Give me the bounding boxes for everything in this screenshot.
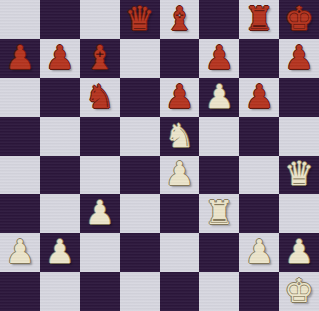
square-a8[interactable] bbox=[0, 0, 40, 39]
square-b7[interactable]: ♟ bbox=[40, 39, 80, 78]
square-a6[interactable] bbox=[0, 78, 40, 117]
square-d4[interactable] bbox=[120, 156, 160, 195]
square-b4[interactable] bbox=[40, 156, 80, 195]
square-d2[interactable] bbox=[120, 233, 160, 272]
square-b3[interactable] bbox=[40, 194, 80, 233]
red-pawn[interactable]: ♟ bbox=[45, 41, 75, 74]
square-a5[interactable] bbox=[0, 117, 40, 156]
red-pawn[interactable]: ♟ bbox=[244, 80, 274, 113]
square-g2[interactable]: ♟ bbox=[239, 233, 279, 272]
square-b6[interactable] bbox=[40, 78, 80, 117]
red-pawn[interactable]: ♟ bbox=[165, 80, 195, 113]
square-d7[interactable] bbox=[120, 39, 160, 78]
white-pawn[interactable]: ♟ bbox=[85, 196, 115, 229]
red-queen[interactable]: ♛ bbox=[125, 2, 155, 35]
square-d3[interactable] bbox=[120, 194, 160, 233]
square-f1[interactable] bbox=[199, 272, 239, 311]
chess-board: ♛♝♜♚♟♟♝♟♟♞♟♟♟♞♟♛♟♜♟♟♟♟♚ bbox=[0, 0, 319, 311]
square-h6[interactable] bbox=[279, 78, 319, 117]
square-e5[interactable]: ♞ bbox=[160, 117, 200, 156]
square-h5[interactable] bbox=[279, 117, 319, 156]
square-c8[interactable] bbox=[80, 0, 120, 39]
square-c3[interactable]: ♟ bbox=[80, 194, 120, 233]
white-pawn[interactable]: ♟ bbox=[165, 157, 195, 190]
square-h3[interactable] bbox=[279, 194, 319, 233]
square-d1[interactable] bbox=[120, 272, 160, 311]
square-g8[interactable]: ♜ bbox=[239, 0, 279, 39]
square-b2[interactable]: ♟ bbox=[40, 233, 80, 272]
square-d5[interactable] bbox=[120, 117, 160, 156]
square-g4[interactable] bbox=[239, 156, 279, 195]
white-rook[interactable]: ♜ bbox=[205, 196, 235, 229]
square-b1[interactable] bbox=[40, 272, 80, 311]
square-f3[interactable]: ♜ bbox=[199, 194, 239, 233]
square-h4[interactable]: ♛ bbox=[279, 156, 319, 195]
square-c6[interactable]: ♞ bbox=[80, 78, 120, 117]
square-e4[interactable]: ♟ bbox=[160, 156, 200, 195]
square-f6[interactable]: ♟ bbox=[199, 78, 239, 117]
square-c2[interactable] bbox=[80, 233, 120, 272]
square-g7[interactable] bbox=[239, 39, 279, 78]
square-f5[interactable] bbox=[199, 117, 239, 156]
white-pawn[interactable]: ♟ bbox=[205, 80, 235, 113]
square-a3[interactable] bbox=[0, 194, 40, 233]
square-a7[interactable]: ♟ bbox=[0, 39, 40, 78]
white-pawn[interactable]: ♟ bbox=[244, 235, 274, 268]
red-king[interactable]: ♚ bbox=[284, 2, 314, 35]
square-h8[interactable]: ♚ bbox=[279, 0, 319, 39]
square-a4[interactable] bbox=[0, 156, 40, 195]
square-d6[interactable] bbox=[120, 78, 160, 117]
red-pawn[interactable]: ♟ bbox=[205, 41, 235, 74]
white-king[interactable]: ♚ bbox=[284, 274, 314, 307]
square-g6[interactable]: ♟ bbox=[239, 78, 279, 117]
square-b5[interactable] bbox=[40, 117, 80, 156]
square-g3[interactable] bbox=[239, 194, 279, 233]
white-pawn[interactable]: ♟ bbox=[5, 235, 35, 268]
red-rook[interactable]: ♜ bbox=[244, 2, 274, 35]
square-e7[interactable] bbox=[160, 39, 200, 78]
square-h1[interactable]: ♚ bbox=[279, 272, 319, 311]
square-e3[interactable] bbox=[160, 194, 200, 233]
square-f8[interactable] bbox=[199, 0, 239, 39]
red-pawn[interactable]: ♟ bbox=[5, 41, 35, 74]
square-e6[interactable]: ♟ bbox=[160, 78, 200, 117]
red-pawn[interactable]: ♟ bbox=[284, 41, 314, 74]
square-e2[interactable] bbox=[160, 233, 200, 272]
square-c1[interactable] bbox=[80, 272, 120, 311]
square-a2[interactable]: ♟ bbox=[0, 233, 40, 272]
square-f2[interactable] bbox=[199, 233, 239, 272]
square-a1[interactable] bbox=[0, 272, 40, 311]
square-c5[interactable] bbox=[80, 117, 120, 156]
square-e8[interactable]: ♝ bbox=[160, 0, 200, 39]
red-bishop[interactable]: ♝ bbox=[165, 2, 195, 35]
square-h2[interactable]: ♟ bbox=[279, 233, 319, 272]
square-g1[interactable] bbox=[239, 272, 279, 311]
square-e1[interactable] bbox=[160, 272, 200, 311]
square-g5[interactable] bbox=[239, 117, 279, 156]
square-c7[interactable]: ♝ bbox=[80, 39, 120, 78]
square-c4[interactable] bbox=[80, 156, 120, 195]
square-f7[interactable]: ♟ bbox=[199, 39, 239, 78]
square-b8[interactable] bbox=[40, 0, 80, 39]
white-queen[interactable]: ♛ bbox=[284, 157, 314, 190]
red-bishop[interactable]: ♝ bbox=[85, 41, 115, 74]
square-f4[interactable] bbox=[199, 156, 239, 195]
white-knight[interactable]: ♞ bbox=[165, 119, 195, 152]
white-pawn[interactable]: ♟ bbox=[45, 235, 75, 268]
white-pawn[interactable]: ♟ bbox=[284, 235, 314, 268]
red-knight[interactable]: ♞ bbox=[85, 80, 115, 113]
square-d8[interactable]: ♛ bbox=[120, 0, 160, 39]
square-h7[interactable]: ♟ bbox=[279, 39, 319, 78]
